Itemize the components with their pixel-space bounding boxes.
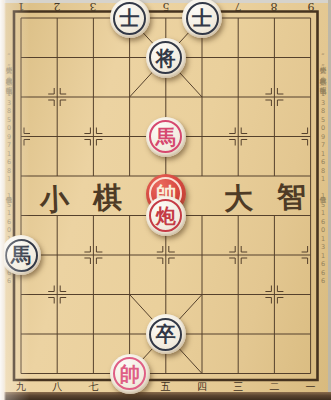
top-file-label-2: 2 (54, 1, 61, 12)
top-file-label-7: 7 (235, 1, 242, 12)
bottom-file-label-7: 三 (233, 382, 243, 392)
piece-glyph: 馬 (11, 245, 31, 265)
bottom-file-label-6: 四 (197, 382, 207, 392)
top-file-label-8: 8 (271, 1, 278, 12)
black-soldier[interactable]: 卒 (146, 314, 186, 354)
black-horse[interactable]: 馬 (1, 235, 41, 275)
top-file-label-3: 3 (90, 1, 97, 12)
red-cannon[interactable]: 炮 (146, 196, 186, 236)
xiangqi-board-photo: 123456789 九八七六五四三二一 小棋 大智 “小棋大智”少儿象棋教室 招… (0, 0, 331, 400)
piece-glyph: 将 (156, 48, 176, 68)
river-text-left: 小棋 (39, 177, 146, 221)
bottom-file-label-5: 五 (161, 382, 171, 392)
piece-glyph: 士 (120, 8, 140, 28)
piece-glyph: 炮 (156, 206, 176, 226)
side-text-right: “小棋大智”少儿象棋教室 招生电话：13850971681 微信号1516013… (318, 52, 327, 392)
top-file-label-5: 5 (162, 1, 169, 12)
river-text-right: 大智 (223, 176, 330, 220)
bottom-file-label-3: 七 (88, 382, 98, 392)
red-horse[interactable]: 馬 (146, 117, 186, 157)
piece-glyph: 卒 (156, 324, 176, 344)
piece-glyph: 帥 (120, 364, 140, 384)
photo-edge-left (0, 0, 6, 400)
bottom-file-label-9: 一 (306, 382, 316, 392)
black-general[interactable]: 将 (146, 38, 186, 78)
bottom-file-label-1: 九 (16, 382, 26, 392)
black-advisor-left[interactable]: 士 (110, 0, 150, 38)
red-general[interactable]: 帥 (110, 354, 150, 394)
bottom-file-label-8: 二 (269, 382, 279, 392)
piece-glyph: 士 (192, 8, 212, 28)
top-file-label-1: 1 (18, 1, 25, 12)
piece-glyph: 馬 (156, 127, 176, 147)
bottom-file-label-2: 八 (52, 382, 62, 392)
top-file-label-9: 9 (307, 1, 314, 12)
